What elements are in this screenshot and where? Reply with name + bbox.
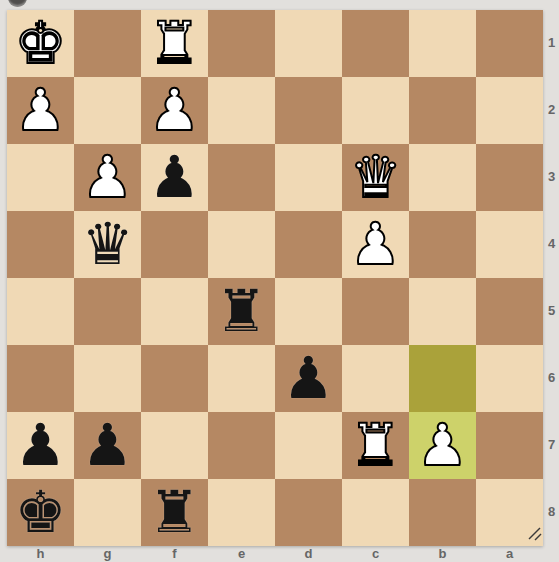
white-pawn[interactable]: ♟ xyxy=(74,144,141,211)
white-king[interactable]: ♚ xyxy=(7,10,74,77)
white-pawn[interactable]: ♟ xyxy=(7,77,74,144)
square-c8[interactable] xyxy=(342,479,409,546)
black-pawn[interactable]: ♟ xyxy=(275,345,342,412)
square-g4[interactable]: ♛ xyxy=(74,211,141,278)
white-pawn[interactable]: ♟ xyxy=(409,412,476,479)
square-b6[interactable] xyxy=(409,345,476,412)
resize-handle-icon[interactable] xyxy=(527,525,543,542)
square-e1[interactable] xyxy=(208,10,275,77)
square-g2[interactable] xyxy=(74,77,141,144)
square-e5[interactable]: ♜ xyxy=(208,278,275,345)
square-h7[interactable]: ♟ xyxy=(7,412,74,479)
rank-label-5: 5 xyxy=(544,303,559,318)
square-e3[interactable] xyxy=(208,144,275,211)
chess-board: ♚♜♟♟♟♟♛♛♟♜♟♟♟♜♟♚♜ xyxy=(7,10,543,546)
file-label-h: h xyxy=(7,546,74,561)
square-a5[interactable] xyxy=(476,278,543,345)
square-c3[interactable]: ♛ xyxy=(342,144,409,211)
square-c6[interactable] xyxy=(342,345,409,412)
square-e7[interactable] xyxy=(208,412,275,479)
square-e8[interactable] xyxy=(208,479,275,546)
file-label-a: a xyxy=(476,546,543,561)
square-g5[interactable] xyxy=(74,278,141,345)
square-b8[interactable] xyxy=(409,479,476,546)
file-label-b: b xyxy=(409,546,476,561)
square-e2[interactable] xyxy=(208,77,275,144)
square-h8[interactable]: ♚ xyxy=(7,479,74,546)
rank-label-6: 6 xyxy=(544,370,559,385)
white-queen[interactable]: ♛ xyxy=(342,144,409,211)
square-h3[interactable] xyxy=(7,144,74,211)
square-f8[interactable]: ♜ xyxy=(141,479,208,546)
square-b1[interactable] xyxy=(409,10,476,77)
square-d3[interactable] xyxy=(275,144,342,211)
black-queen[interactable]: ♛ xyxy=(74,211,141,278)
square-a4[interactable] xyxy=(476,211,543,278)
black-rook[interactable]: ♜ xyxy=(208,278,275,345)
black-king[interactable]: ♚ xyxy=(7,479,74,546)
square-h5[interactable] xyxy=(7,278,74,345)
chess-app-window: ♚♜♟♟♟♟♛♛♟♜♟♟♟♜♟♚♜ 12345678hgfedcba xyxy=(0,0,559,562)
square-g3[interactable]: ♟ xyxy=(74,144,141,211)
rank-label-7: 7 xyxy=(544,437,559,452)
square-a1[interactable] xyxy=(476,10,543,77)
square-c1[interactable] xyxy=(342,10,409,77)
square-d1[interactable] xyxy=(275,10,342,77)
square-f4[interactable] xyxy=(141,211,208,278)
square-b4[interactable] xyxy=(409,211,476,278)
file-label-g: g xyxy=(74,546,141,561)
partial-circle-icon xyxy=(8,0,27,7)
square-c2[interactable] xyxy=(342,77,409,144)
white-pawn[interactable]: ♟ xyxy=(141,77,208,144)
square-h2[interactable]: ♟ xyxy=(7,77,74,144)
square-e4[interactable] xyxy=(208,211,275,278)
black-rook[interactable]: ♜ xyxy=(141,479,208,546)
rank-label-1: 1 xyxy=(544,35,559,50)
rank-label-2: 2 xyxy=(544,102,559,117)
square-h1[interactable]: ♚ xyxy=(7,10,74,77)
square-c7[interactable]: ♜ xyxy=(342,412,409,479)
square-g1[interactable] xyxy=(74,10,141,77)
square-g8[interactable] xyxy=(74,479,141,546)
square-a3[interactable] xyxy=(476,144,543,211)
rank-label-4: 4 xyxy=(544,236,559,251)
square-f5[interactable] xyxy=(141,278,208,345)
rank-label-8: 8 xyxy=(544,504,559,519)
square-a2[interactable] xyxy=(476,77,543,144)
black-pawn[interactable]: ♟ xyxy=(7,412,74,479)
square-f2[interactable]: ♟ xyxy=(141,77,208,144)
square-f3[interactable]: ♟ xyxy=(141,144,208,211)
file-label-e: e xyxy=(208,546,275,561)
square-h4[interactable] xyxy=(7,211,74,278)
square-f6[interactable] xyxy=(141,345,208,412)
square-a7[interactable] xyxy=(476,412,543,479)
square-b5[interactable] xyxy=(409,278,476,345)
square-b7[interactable]: ♟ xyxy=(409,412,476,479)
white-rook[interactable]: ♜ xyxy=(141,10,208,77)
black-pawn[interactable]: ♟ xyxy=(74,412,141,479)
square-d4[interactable] xyxy=(275,211,342,278)
square-d2[interactable] xyxy=(275,77,342,144)
rank-label-3: 3 xyxy=(544,169,559,184)
white-pawn[interactable]: ♟ xyxy=(342,211,409,278)
square-g7[interactable]: ♟ xyxy=(74,412,141,479)
square-e6[interactable] xyxy=(208,345,275,412)
square-h6[interactable] xyxy=(7,345,74,412)
square-d8[interactable] xyxy=(275,479,342,546)
white-rook[interactable]: ♜ xyxy=(342,412,409,479)
square-d6[interactable]: ♟ xyxy=(275,345,342,412)
square-f1[interactable]: ♜ xyxy=(141,10,208,77)
square-d5[interactable] xyxy=(275,278,342,345)
square-c5[interactable] xyxy=(342,278,409,345)
square-f7[interactable] xyxy=(141,412,208,479)
file-label-f: f xyxy=(141,546,208,561)
black-pawn[interactable]: ♟ xyxy=(141,144,208,211)
square-d7[interactable] xyxy=(275,412,342,479)
square-g6[interactable] xyxy=(74,345,141,412)
file-label-c: c xyxy=(342,546,409,561)
square-b2[interactable] xyxy=(409,77,476,144)
file-label-d: d xyxy=(275,546,342,561)
square-a6[interactable] xyxy=(476,345,543,412)
square-c4[interactable]: ♟ xyxy=(342,211,409,278)
square-b3[interactable] xyxy=(409,144,476,211)
